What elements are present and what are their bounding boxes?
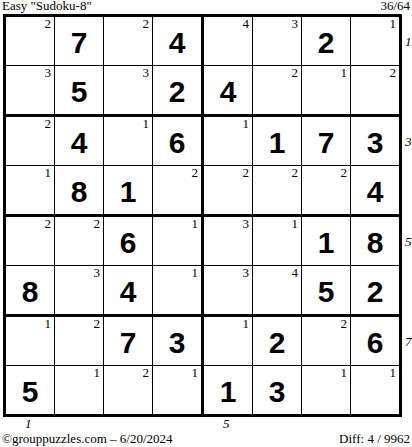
- cell-value: 2: [318, 28, 335, 58]
- pencil-mark: 2: [292, 66, 299, 80]
- cell-r2c2[interactable]: 5: [55, 66, 104, 117]
- cell-r6c7[interactable]: 5: [302, 266, 351, 317]
- pencil-mark: 2: [94, 217, 101, 231]
- cell-r5c5[interactable]: 3: [204, 217, 253, 266]
- cell-value: 3: [169, 328, 186, 358]
- cell-r1c3[interactable]: 2: [104, 17, 153, 66]
- difficulty-value: Diff: 4 / 9962: [339, 431, 410, 447]
- cell-value: 6: [169, 128, 186, 158]
- progress-counter: 36/64: [380, 0, 410, 14]
- row-label-5: 5: [405, 235, 412, 249]
- pencil-mark: 3: [143, 66, 150, 80]
- cell-r6c1[interactable]: 8: [6, 266, 55, 317]
- pencil-mark: 1: [243, 317, 250, 331]
- cell-r2c4[interactable]: 2: [153, 66, 204, 117]
- pencil-mark: 2: [243, 166, 250, 180]
- cell-value: 8: [22, 277, 39, 307]
- cell-r4c2[interactable]: 8: [55, 166, 104, 217]
- pencil-mark: 2: [94, 317, 101, 331]
- pencil-mark: 2: [341, 317, 348, 331]
- page-title: Easy "Sudoku-8": [2, 0, 92, 14]
- cell-r4c4[interactable]: 2: [153, 166, 204, 217]
- pencil-mark: 3: [94, 266, 101, 280]
- cell-r1c7[interactable]: 2: [302, 17, 351, 66]
- cell-r2c1[interactable]: 3: [6, 66, 55, 117]
- pencil-mark: 4: [292, 266, 299, 280]
- cell-r5c3[interactable]: 6: [104, 217, 153, 266]
- cell-r3c6[interactable]: 1: [253, 117, 302, 166]
- cell-value: 7: [120, 328, 137, 358]
- cell-r7c4[interactable]: 3: [153, 317, 204, 366]
- pencil-mark: 3: [45, 66, 52, 80]
- cell-r5c1[interactable]: 2: [6, 217, 55, 266]
- row-label-3: 3: [405, 135, 412, 149]
- cell-value: 3: [367, 128, 384, 158]
- pencil-mark: 1: [341, 366, 348, 380]
- sudoku-board: 2724432135324212241611731812222422613118…: [3, 14, 402, 417]
- cell-r8c3[interactable]: 2: [104, 366, 153, 414]
- cell-r2c6[interactable]: 2: [253, 66, 302, 117]
- cell-value: 6: [367, 328, 384, 358]
- cell-r6c5[interactable]: 3: [204, 266, 253, 317]
- pencil-mark: 3: [243, 217, 250, 231]
- cell-r7c7[interactable]: 2: [302, 317, 351, 366]
- cell-r1c4[interactable]: 4: [153, 17, 204, 66]
- pencil-mark: 3: [292, 17, 299, 31]
- cell-r1c5[interactable]: 4: [204, 17, 253, 66]
- pencil-mark: 1: [192, 366, 199, 380]
- cell-r7c1[interactable]: 1: [6, 317, 55, 366]
- cell-r4c6[interactable]: 2: [253, 166, 302, 217]
- cell-value: 5: [71, 77, 88, 107]
- cell-r3c8[interactable]: 3: [351, 117, 399, 166]
- cell-r7c5[interactable]: 1: [204, 317, 253, 366]
- cell-value: 6: [120, 228, 137, 258]
- cell-value: 5: [22, 377, 39, 407]
- cell-value: 1: [220, 377, 237, 407]
- cell-value: 4: [367, 177, 384, 207]
- pencil-mark: 1: [45, 166, 52, 180]
- cell-r2c5[interactable]: 4: [204, 66, 253, 117]
- pencil-mark: 1: [243, 117, 250, 131]
- cell-value: 2: [269, 328, 286, 358]
- cell-r7c6[interactable]: 2: [253, 317, 302, 366]
- cell-r5c7[interactable]: 1: [302, 217, 351, 266]
- cell-r8c2[interactable]: 1: [55, 366, 104, 414]
- puzzle-page: Easy "Sudoku-8" 36/64 272443213532421224…: [0, 0, 412, 447]
- cell-r4c8[interactable]: 4: [351, 166, 399, 217]
- copyright-date: ©grouppuzzles.com – 6/20/2024: [2, 431, 173, 447]
- pencil-mark: 1: [341, 66, 348, 80]
- cell-r2c3[interactable]: 3: [104, 66, 153, 117]
- cell-r5c6[interactable]: 1: [253, 217, 302, 266]
- pencil-mark: 1: [45, 317, 52, 331]
- cell-value: 5: [318, 277, 335, 307]
- row-label-7: 7: [405, 335, 412, 349]
- cell-r8c1[interactable]: 5: [6, 366, 55, 414]
- cell-r1c2[interactable]: 7: [55, 17, 104, 66]
- cell-r7c3[interactable]: 7: [104, 317, 153, 366]
- cell-r6c6[interactable]: 4: [253, 266, 302, 317]
- cell-value: 3: [269, 377, 286, 407]
- pencil-mark: 1: [192, 266, 199, 280]
- pencil-mark: 2: [341, 166, 348, 180]
- cell-r5c2[interactable]: 2: [55, 217, 104, 266]
- pencil-mark: 2: [143, 17, 150, 31]
- cell-r6c8[interactable]: 2: [351, 266, 399, 317]
- col-label-5: 5: [223, 417, 230, 431]
- cell-value: 1: [269, 128, 286, 158]
- cell-value: 8: [367, 228, 384, 258]
- pencil-mark: 1: [390, 366, 397, 380]
- cell-r3c3[interactable]: 1: [104, 117, 153, 166]
- cell-value: 1: [120, 177, 137, 207]
- cell-r8c4[interactable]: 1: [153, 366, 204, 414]
- row-label-1: 1: [405, 35, 412, 49]
- pencil-mark: 2: [45, 117, 52, 131]
- cell-r3c4[interactable]: 6: [153, 117, 204, 166]
- pencil-mark: 4: [243, 17, 250, 31]
- cell-r1c1[interactable]: 2: [6, 17, 55, 66]
- cell-r3c1[interactable]: 2: [6, 117, 55, 166]
- cell-r3c7[interactable]: 7: [302, 117, 351, 166]
- cell-r8c7[interactable]: 1: [302, 366, 351, 414]
- cell-r1c6[interactable]: 3: [253, 17, 302, 66]
- pencil-mark: 1: [192, 217, 199, 231]
- cell-r7c2[interactable]: 2: [55, 317, 104, 366]
- cell-r5c4[interactable]: 1: [153, 217, 204, 266]
- cell-value: 4: [220, 77, 237, 107]
- cell-value: 4: [120, 277, 137, 307]
- cell-value: 7: [71, 28, 88, 58]
- cell-r4c3[interactable]: 1: [104, 166, 153, 217]
- pencil-mark: 2: [45, 17, 52, 31]
- cell-r6c4[interactable]: 1: [153, 266, 204, 317]
- cell-r3c5[interactable]: 1: [204, 117, 253, 166]
- cell-value: 4: [169, 28, 186, 58]
- cell-r4c1[interactable]: 1: [6, 166, 55, 217]
- cell-r8c8[interactable]: 1: [351, 366, 399, 414]
- cell-value: 2: [169, 77, 186, 107]
- cell-r4c5[interactable]: 2: [204, 166, 253, 217]
- cell-r6c2[interactable]: 3: [55, 266, 104, 317]
- pencil-mark: 3: [243, 266, 250, 280]
- cell-value: 7: [318, 128, 335, 158]
- cell-r7c8[interactable]: 6: [351, 317, 399, 366]
- cell-r6c3[interactable]: 4: [104, 266, 153, 317]
- pencil-mark: 2: [143, 366, 150, 380]
- cell-value: 1: [318, 228, 335, 258]
- cell-r3c2[interactable]: 4: [55, 117, 104, 166]
- pencil-mark: 2: [45, 217, 52, 231]
- cell-value: 8: [71, 177, 88, 207]
- cell-r8c5[interactable]: 1: [204, 366, 253, 414]
- cell-r4c7[interactable]: 2: [302, 166, 351, 217]
- cell-value: 4: [71, 128, 88, 158]
- cell-r2c8[interactable]: 2: [351, 66, 399, 117]
- pencil-mark: 1: [390, 17, 397, 31]
- col-label-1: 1: [25, 417, 32, 431]
- pencil-mark: 2: [292, 166, 299, 180]
- pencil-mark: 2: [192, 166, 199, 180]
- pencil-mark: 1: [292, 217, 299, 231]
- cell-value: 2: [367, 277, 384, 307]
- cell-r2c7[interactable]: 1: [302, 66, 351, 117]
- pencil-mark: 1: [94, 366, 101, 380]
- cell-r8c6[interactable]: 3: [253, 366, 302, 414]
- pencil-mark: 2: [390, 66, 397, 80]
- cell-r5c8[interactable]: 8: [351, 217, 399, 266]
- cell-r1c8[interactable]: 1: [351, 17, 399, 66]
- pencil-mark: 1: [143, 117, 150, 131]
